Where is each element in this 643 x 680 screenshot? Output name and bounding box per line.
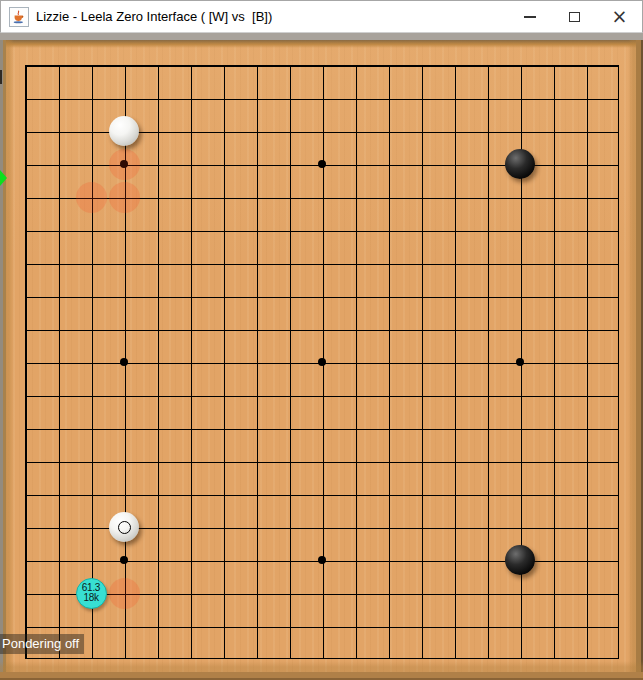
maximize-button[interactable]: [552, 1, 597, 32]
candidate-move-circle-C15[interactable]: [76, 182, 107, 213]
close-button[interactable]: ×: [597, 1, 642, 32]
lizzie-window: Lizzie - Leela Zero Interface ( [W] vs […: [0, 0, 643, 680]
black-stone-Q4: [505, 545, 535, 575]
star-point: [318, 358, 326, 366]
best-move-suggestion-C3[interactable]: 61.318k: [76, 578, 107, 609]
titlebar-shadow-band: [0, 33, 643, 40]
minimize-button[interactable]: [507, 1, 552, 32]
best-move-visits: 18k: [83, 593, 98, 604]
candidate-move-circle-D15[interactable]: [109, 182, 140, 213]
last-move-marker: [118, 521, 131, 534]
green-arrow-indicator: [0, 170, 7, 186]
go-board[interactable]: 61.318k Pondering off: [0, 40, 643, 680]
board-intersections-grid[interactable]: 61.318k: [9, 49, 636, 676]
minimize-icon: [524, 16, 536, 18]
star-point: [120, 358, 128, 366]
candidate-move-circle-D3[interactable]: [109, 578, 140, 609]
title-bar[interactable]: Lizzie - Leela Zero Interface ( [W] vs […: [0, 0, 643, 33]
left-edge-tick: [0, 70, 2, 84]
star-point: [516, 358, 524, 366]
star-point: [120, 556, 128, 564]
black-stone-Q16: [505, 149, 535, 179]
java-coffee-cup-icon: [9, 7, 29, 27]
java-coffee-cup-icon: [12, 10, 26, 24]
white-stone-D5: [109, 512, 139, 542]
window-title: Lizzie - Leela Zero Interface ( [W] vs […: [36, 9, 272, 24]
star-point: [318, 556, 326, 564]
candidate-move-circle-D16[interactable]: [109, 149, 140, 180]
close-icon: ×: [612, 7, 628, 26]
maximize-icon: [569, 12, 580, 22]
pondering-status-label: Pondering off: [0, 634, 84, 654]
white-stone-D17: [109, 116, 139, 146]
star-point: [318, 160, 326, 168]
board-edge-top: [0, 40, 643, 48]
window-controls: ×: [507, 1, 642, 32]
